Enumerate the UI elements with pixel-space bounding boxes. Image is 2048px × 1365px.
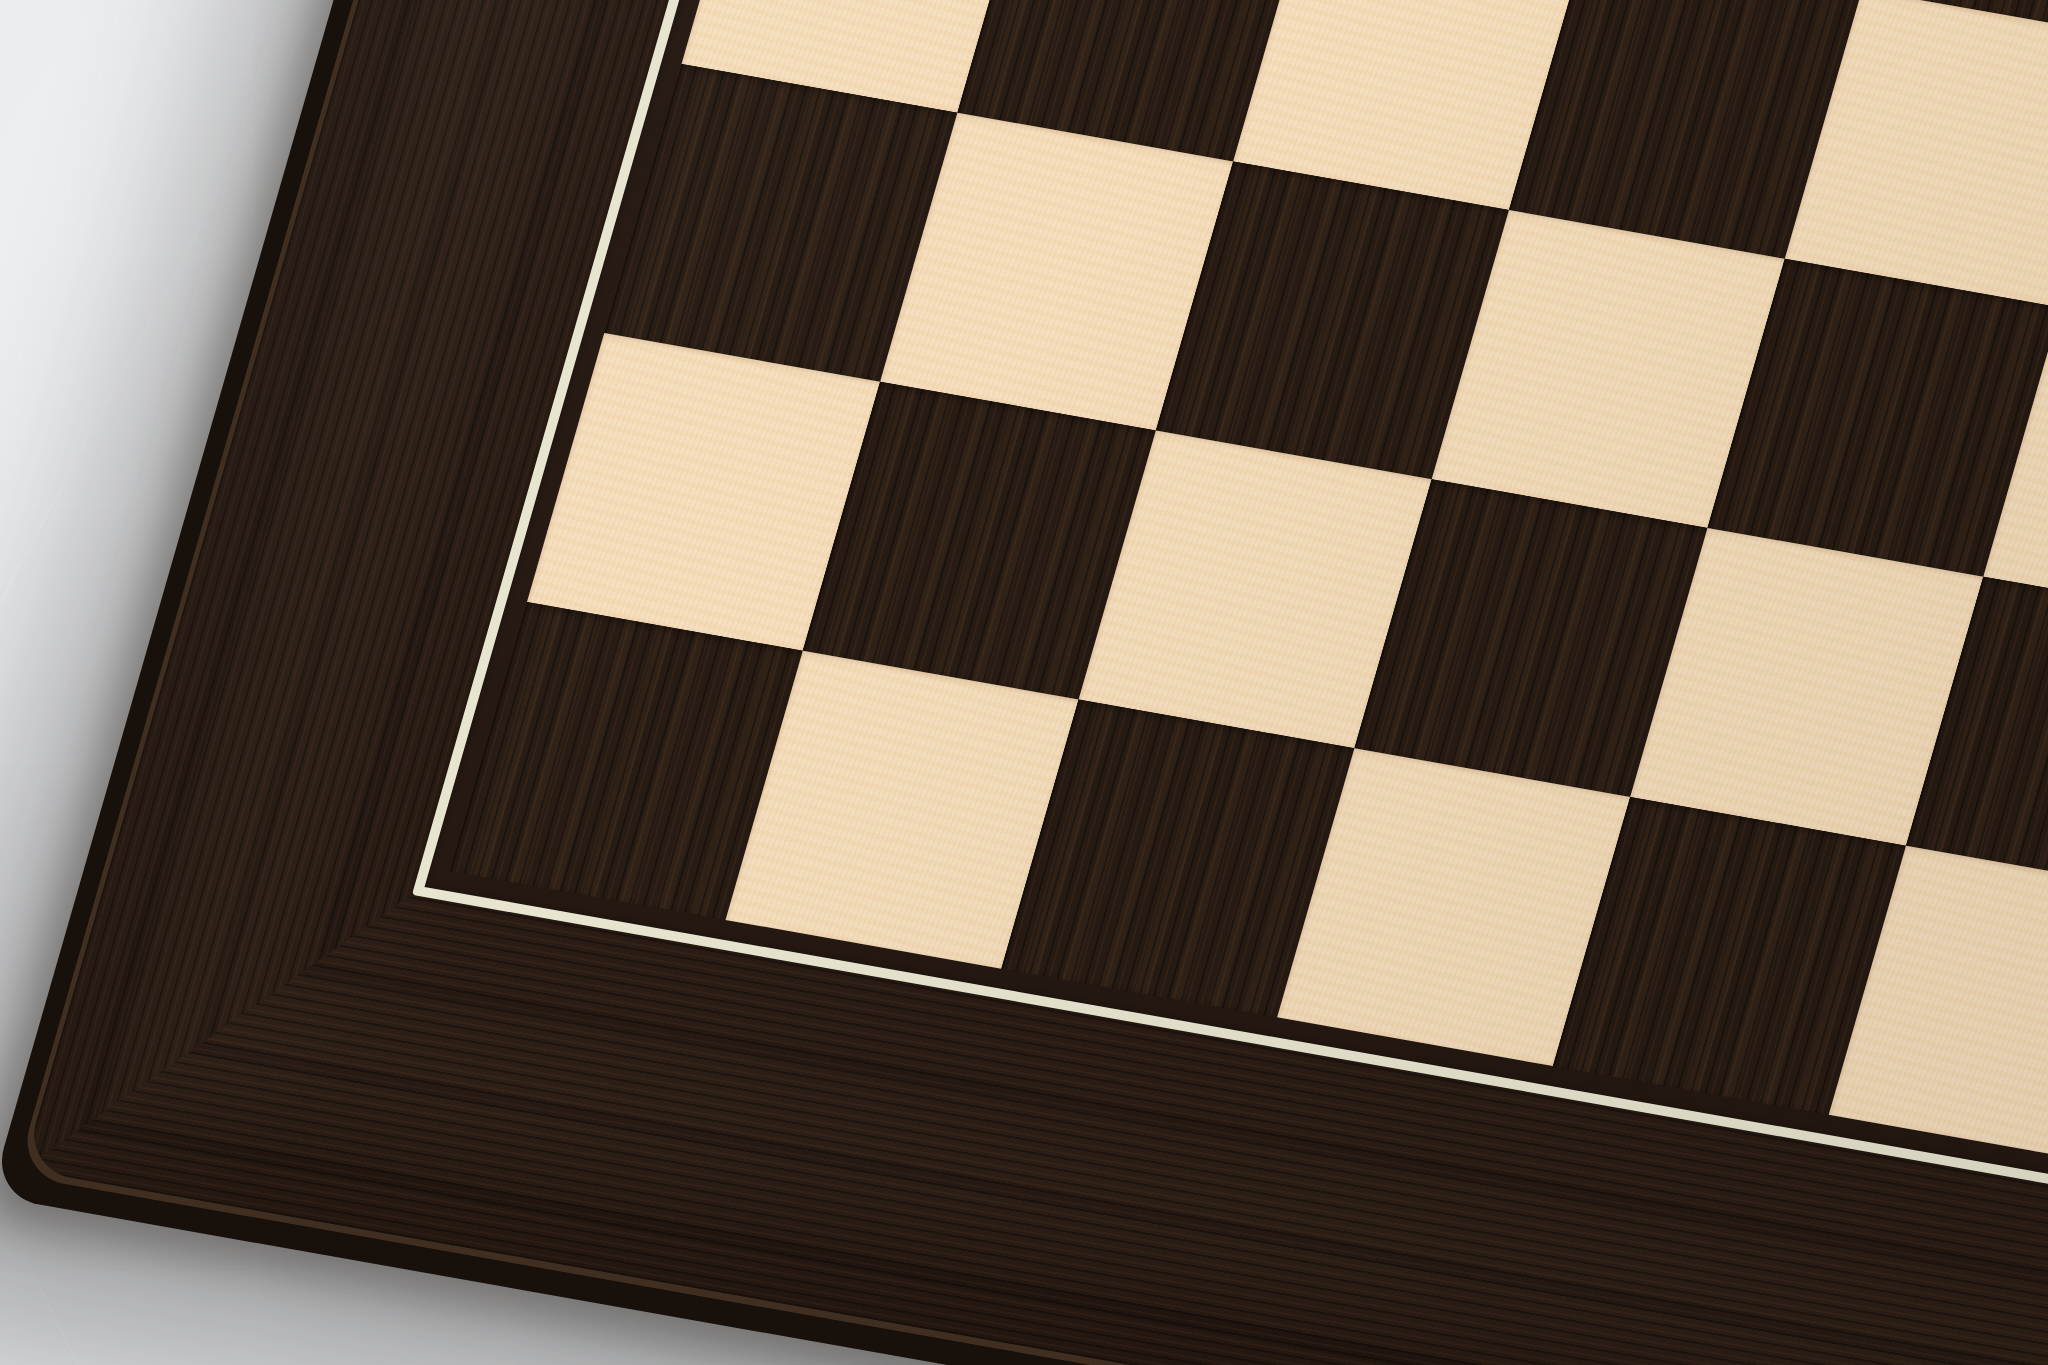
chess-board [23,0,2048,1365]
photo-backdrop-surface [0,0,2048,1365]
